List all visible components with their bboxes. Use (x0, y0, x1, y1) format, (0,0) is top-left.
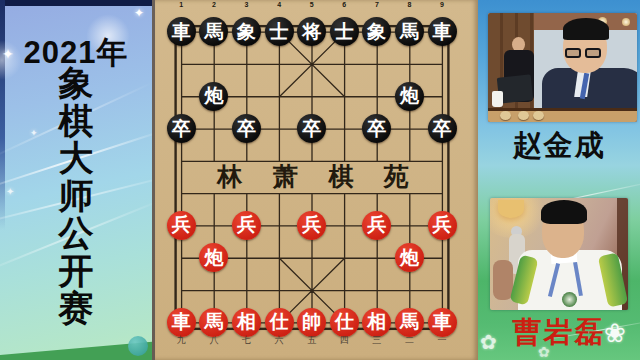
banner-top-strip (0, 0, 152, 6)
piece-red-仕[interactable]: 仕 (330, 308, 359, 337)
blurred-xiangqi-piece (500, 111, 511, 120)
piece-black-将[interactable]: 将 (297, 17, 326, 46)
xiangqi-board: 123456789 林萧棋苑 車馬象士将士象馬車炮炮卒卒卒卒卒兵兵兵兵兵炮炮車馬… (152, 0, 478, 360)
video-frame: ✦ ✦ ✦ ✦ 2021年 象棋大师公开赛 123456789 林萧棋苑 車馬象… (0, 0, 640, 360)
event-title-char: 棋 (59, 102, 94, 140)
piece-red-馬[interactable]: 馬 (395, 308, 424, 337)
file-label-bottom: 八 (198, 334, 231, 347)
piece-red-馬[interactable]: 馬 (199, 308, 228, 337)
piece-black-象[interactable]: 象 (362, 17, 391, 46)
piece-red-仕[interactable]: 仕 (265, 308, 294, 337)
piece-black-象[interactable]: 象 (232, 17, 261, 46)
file-label-bottom: 七 (230, 334, 263, 347)
piece-red-兵[interactable]: 兵 (362, 211, 391, 240)
piece-red-兵[interactable]: 兵 (297, 211, 326, 240)
piece-black-馬[interactable]: 馬 (199, 17, 228, 46)
piece-red-車[interactable]: 車 (428, 308, 457, 337)
piece-black-馬[interactable]: 馬 (395, 17, 424, 46)
piece-red-炮[interactable]: 炮 (199, 243, 228, 272)
players-panel: 赵金成 曹岩磊 ❀ ✿ ✿ (478, 0, 640, 360)
chandelier (498, 200, 524, 218)
piece-black-卒[interactable]: 卒 (362, 114, 391, 143)
player-hair (541, 200, 587, 224)
teal-dot (128, 336, 148, 356)
flower-icon: ✿ (480, 330, 497, 354)
bystander-body (493, 260, 513, 300)
event-title-char: 大 (59, 139, 94, 177)
file-label-bottom: 九 (165, 334, 198, 347)
event-title-char: 开 (59, 252, 94, 290)
piece-red-相[interactable]: 相 (362, 308, 391, 337)
glasses-right-lens (585, 48, 601, 58)
event-title-vertical: 象棋大师公开赛 (0, 64, 152, 327)
blurred-xiangqi-piece (533, 111, 544, 120)
file-label-bottom: 四 (328, 334, 361, 347)
file-labels-bottom: 九八七六五四三二一 (165, 334, 458, 347)
pieces-grid: 車馬象士将士象馬車炮炮卒卒卒卒卒兵兵兵兵兵炮炮車馬相仕帥仕相馬車 (165, 16, 458, 339)
event-title-char: 师 (59, 177, 94, 215)
photo-zhao-jincheng (488, 13, 637, 122)
piece-red-兵[interactable]: 兵 (232, 211, 261, 240)
piece-black-車[interactable]: 車 (428, 17, 457, 46)
flower-icon: ✿ (538, 344, 550, 360)
team-badge (562, 292, 577, 307)
piece-red-兵[interactable]: 兵 (167, 211, 196, 240)
file-label-bottom: 二 (393, 334, 426, 347)
glasses-left-lens (565, 48, 581, 58)
file-label-bottom: 五 (295, 334, 328, 347)
file-label-bottom: 一 (426, 334, 459, 347)
piece-black-士[interactable]: 士 (330, 17, 359, 46)
event-title-char: 公 (59, 214, 94, 252)
file-label-top: 6 (328, 1, 361, 8)
file-label-top: 7 (361, 1, 394, 8)
file-label-top: 3 (230, 1, 263, 8)
player-name-top: 赵金成 (478, 126, 640, 166)
file-label-top: 5 (295, 1, 328, 8)
piece-black-士[interactable]: 士 (265, 17, 294, 46)
piece-black-車[interactable]: 車 (167, 17, 196, 46)
paper-cup (492, 91, 503, 107)
piece-red-相[interactable]: 相 (232, 308, 261, 337)
file-label-bottom: 三 (361, 334, 394, 347)
file-label-top: 4 (263, 1, 296, 8)
file-label-top: 9 (426, 1, 459, 8)
file-label-top: 8 (393, 1, 426, 8)
photo-cao-yanlei (490, 198, 628, 310)
piece-black-卒[interactable]: 卒 (428, 114, 457, 143)
file-label-bottom: 六 (263, 334, 296, 347)
piece-red-車[interactable]: 車 (167, 308, 196, 337)
piece-black-炮[interactable]: 炮 (199, 82, 228, 111)
piece-red-兵[interactable]: 兵 (428, 211, 457, 240)
piece-black-卒[interactable]: 卒 (167, 114, 196, 143)
event-banner: ✦ ✦ ✦ ✦ 2021年 象棋大师公开赛 (0, 0, 152, 360)
piece-red-炮[interactable]: 炮 (395, 243, 424, 272)
piece-black-卒[interactable]: 卒 (297, 114, 326, 143)
flower-icon: ❀ (604, 318, 626, 349)
blurred-xiangqi-piece (518, 111, 529, 120)
file-label-top: 2 (198, 1, 231, 8)
sparkle-icon: ✦ (134, 6, 144, 20)
event-title-char: 象 (59, 64, 94, 102)
file-label-top: 1 (165, 1, 198, 8)
piece-red-帥[interactable]: 帥 (297, 308, 326, 337)
piece-black-卒[interactable]: 卒 (232, 114, 261, 143)
event-title-char: 赛 (59, 289, 94, 327)
piece-black-炮[interactable]: 炮 (395, 82, 424, 111)
file-labels-top: 123456789 (165, 1, 458, 8)
player-hair (563, 18, 609, 40)
